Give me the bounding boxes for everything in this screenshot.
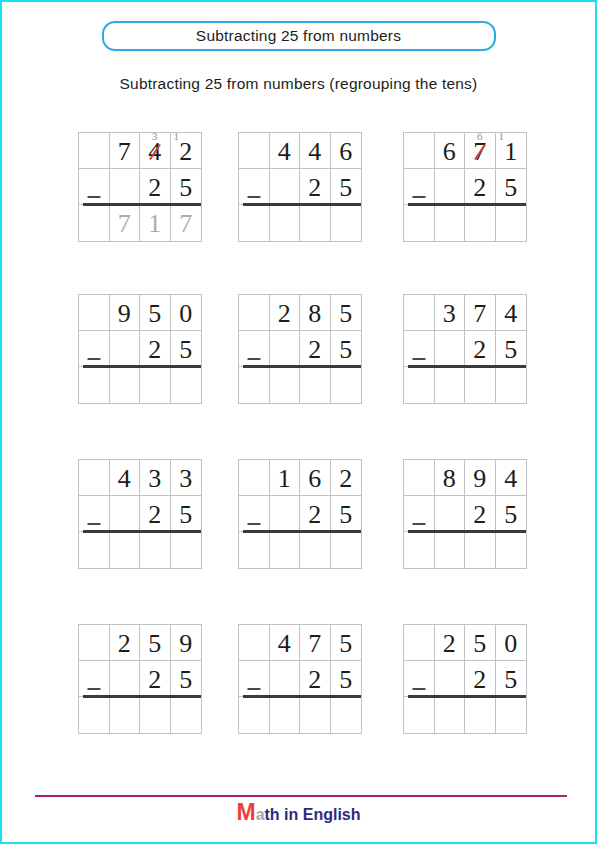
problem-grid: 43325 [78,459,202,569]
subtrahend-digit-cell: 5 [171,496,202,532]
minuend-digit: 6 [308,466,321,492]
answer-digit-cell[interactable] [435,367,466,403]
answer-digit-cell[interactable] [110,532,141,568]
empty-cell [79,295,110,331]
answer-digit-cell[interactable] [171,532,202,568]
minuend-digit: 9 [179,631,192,657]
minuend-digit: 8 [443,466,456,492]
minuend-digit-cell: 21 [171,133,202,169]
minus-sign [247,358,260,360]
empty-cell [239,133,270,169]
minus-sign [412,688,425,690]
subtrahend-digit-cell: 5 [331,331,362,367]
answer-digit-cell[interactable] [110,697,141,733]
answer-digit-cell[interactable] [465,367,496,403]
minus-sign-cell [239,169,270,205]
minus-sign [412,358,425,360]
minuend-digit-cell: 4 [110,460,141,496]
empty-cell [435,496,466,532]
answer-digit-cell[interactable] [496,697,527,733]
minuend-digit-cell: 4 [496,460,527,496]
subtrahend-digit: 2 [473,337,486,363]
logo-letter-a: a [256,806,265,823]
minuend-digit-cell: 6 [331,133,362,169]
empty-cell [435,661,466,697]
problem-grid: 95025 [78,294,202,404]
empty-cell [404,205,435,241]
logo-letter-m: M [236,799,255,825]
subtrahend-digit: 2 [148,175,161,201]
answer-digit-cell[interactable] [300,532,331,568]
empty-cell [270,496,301,532]
minuend-digit: 4 [278,631,291,657]
subtrahend-digit-cell: 5 [331,661,362,697]
minuend-digit: 2 [179,139,192,165]
minuend-digit-cell: 7 [110,133,141,169]
answer-digit-cell[interactable] [496,367,527,403]
minuend-digit-cell: 5 [331,295,362,331]
minuend-digit: 4 [118,466,131,492]
answer-digit-cell[interactable] [270,532,301,568]
answer-digit-cell[interactable] [496,205,527,241]
answer-digit-cell[interactable] [110,367,141,403]
subtrahend-digit: 5 [179,502,192,528]
subtraction-line [408,365,526,368]
worksheet-page: Subtracting 25 from numbers Subtracting … [0,0,597,844]
subtraction-line [83,365,201,368]
minuend-digit-cell: 2 [110,625,141,661]
minus-sign-cell [79,496,110,532]
minuend-digit-cell: 4 [270,133,301,169]
minuend-digit-cell: 9 [110,295,141,331]
minuend-digit: 4 [504,466,517,492]
minus-sign-cell [79,169,110,205]
subtraction-line [408,203,526,206]
minuend-digit: 5 [339,631,352,657]
empty-cell [270,169,301,205]
subtrahend-digit-cell: 2 [140,331,171,367]
empty-cell [110,496,141,532]
subtrahend-digit: 5 [179,175,192,201]
minuend-digit: 4 [504,301,517,327]
minus-sign-cell [404,496,435,532]
answer-digit-cell[interactable] [140,367,171,403]
empty-cell [110,169,141,205]
answer-digit-cell[interactable] [300,697,331,733]
answer-digit-cell[interactable] [496,532,527,568]
subtraction-problem: 25925 [78,624,202,734]
minuend-digit-cell: 11 [496,133,527,169]
subtrahend-digit-cell: 2 [465,331,496,367]
answer-digit-cell[interactable] [331,205,362,241]
minuend-digit: 0 [504,631,517,657]
empty-cell [404,532,435,568]
minuend-digit-cell: 5 [140,295,171,331]
subtrahend-digit-cell: 2 [300,496,331,532]
minuend-digit: 7 [308,631,321,657]
minus-sign-cell [239,496,270,532]
answer-digit-cell[interactable] [140,697,171,733]
empty-cell [239,625,270,661]
minus-sign-cell [239,331,270,367]
empty-cell [79,625,110,661]
subtrahend-digit: 5 [339,502,352,528]
answer-digit-cell[interactable] [171,697,202,733]
minuend-digit: 9 [473,466,486,492]
minuend-digit-cell: 1 [270,460,301,496]
problem-grid: 25025 [403,624,527,734]
empty-cell [79,697,110,733]
minuend-digit-cell: 9 [465,460,496,496]
minuend-digit: 1 [504,139,517,165]
empty-cell [404,367,435,403]
subtrahend-digit: 5 [504,502,517,528]
minuend-digit-cell: 4 [270,625,301,661]
subtrahend-digit: 2 [308,337,321,363]
minus-sign [87,688,100,690]
minuend-digit-cell: 5 [331,625,362,661]
subtrahend-digit-cell: 5 [496,169,527,205]
subtrahend-digit: 5 [339,175,352,201]
subtrahend-digit: 5 [504,667,517,693]
minuend-digit: 2 [278,301,291,327]
subtrahend-digit-cell: 2 [300,331,331,367]
minuend-digit-cell: 6 [435,133,466,169]
empty-cell [404,133,435,169]
minuend-digit: 5 [148,631,161,657]
footer-divider-line [35,795,567,797]
subtraction-problem: 95025 [78,294,202,404]
answer-digit-cell[interactable] [435,532,466,568]
empty-cell [79,205,110,241]
subtraction-problem: 44625 [238,132,362,242]
problem-grid: 47525 [238,624,362,734]
subtrahend-digit-cell: 5 [496,661,527,697]
subtraction-problem: 37425 [403,294,527,404]
minuend-digit-cell: 2 [270,295,301,331]
regroup-mark: 1 [174,131,180,142]
minuend-digit-cell: 7 [300,625,331,661]
problem-grid: 25925 [78,624,202,734]
minus-sign-cell [404,169,435,205]
crossed-out-digit: 7 [473,139,486,165]
page-subtitle: Subtracting 25 from numbers (regrouping … [2,75,595,93]
minuend-digit: 7 [118,139,131,165]
minus-sign [247,688,260,690]
empty-cell [404,697,435,733]
subtrahend-digit: 2 [308,175,321,201]
subtraction-line [243,203,361,206]
subtraction-problem: 6761125 [403,132,527,242]
answer-digit-cell[interactable] [465,532,496,568]
subtraction-line [243,530,361,533]
subtrahend-digit: 5 [339,667,352,693]
minuend-digit: 1 [278,466,291,492]
answer-digit: 1 [148,211,161,237]
minuend-digit: 6 [443,139,456,165]
subtrahend-digit: 2 [148,337,161,363]
subtraction-problem: 25025 [403,624,527,734]
empty-cell [239,205,270,241]
answer-digit-cell[interactable] [270,367,301,403]
minus-sign-cell [404,331,435,367]
minuend-digit: 8 [308,301,321,327]
minuend-digit-cell: 4 [300,133,331,169]
subtraction-problem: 47525 [238,624,362,734]
problem-grid: 7432125717 [78,132,202,242]
empty-cell [270,661,301,697]
minuend-digit-cell: 3 [435,295,466,331]
empty-cell [435,169,466,205]
minuend-digit: 0 [179,301,192,327]
minus-sign [247,523,260,525]
subtrahend-digit-cell: 5 [171,331,202,367]
minuend-digit: 2 [118,631,131,657]
minuend-digit-cell: 7 [465,295,496,331]
answer-digit-cell[interactable] [270,697,301,733]
answer-digit-cell[interactable]: 7 [110,205,141,241]
minus-sign [247,196,260,198]
answer-digit-cell[interactable] [140,532,171,568]
empty-cell [404,625,435,661]
subtrahend-digit: 5 [179,667,192,693]
subtrahend-digit-cell: 2 [300,661,331,697]
subtraction-line [243,695,361,698]
subtrahend-digit: 5 [504,175,517,201]
subtraction-problem: 89425 [403,459,527,569]
subtrahend-digit-cell: 5 [171,661,202,697]
minuend-digit-cell: 3 [171,460,202,496]
subtraction-line [83,530,201,533]
minuend-digit: 5 [339,301,352,327]
minuend-digit-cell: 2 [435,625,466,661]
subtraction-problem: 43325 [78,459,202,569]
answer-digit-cell[interactable] [331,367,362,403]
minuend-digit-cell: 2 [331,460,362,496]
minuend-digit-cell: 8 [300,295,331,331]
subtrahend-digit: 2 [308,667,321,693]
answer-digit-cell[interactable] [465,205,496,241]
subtrahend-digit-cell: 5 [496,496,527,532]
answer-digit: 7 [118,211,131,237]
minuend-digit-cell: 5 [140,625,171,661]
minuend-digit-cell: 4 [496,295,527,331]
minuend-digit: 7 [473,301,486,327]
subtrahend-digit-cell: 5 [331,496,362,532]
minuend-digit: 3 [148,466,161,492]
problem-grid: 6761125 [403,132,527,242]
minuend-digit: 2 [443,631,456,657]
subtrahend-digit-cell: 2 [140,496,171,532]
logo-text: th in English [265,806,361,823]
problem-grid: 44625 [238,132,362,242]
minuend-digit-cell: 43 [140,133,171,169]
minus-sign-cell [404,661,435,697]
subtraction-line [243,365,361,368]
subtrahend-digit-cell: 2 [300,169,331,205]
problem-grid: 89425 [403,459,527,569]
minuend-digit: 2 [339,466,352,492]
minus-sign [87,523,100,525]
subtrahend-digit-cell: 5 [496,331,527,367]
answer-digit-cell[interactable] [171,367,202,403]
empty-cell [79,367,110,403]
empty-cell [110,661,141,697]
subtrahend-digit: 2 [148,667,161,693]
minuend-digit: 4 [278,139,291,165]
empty-cell [110,331,141,367]
minus-sign [412,523,425,525]
answer-digit-cell[interactable] [435,697,466,733]
answer-digit: 7 [179,211,192,237]
empty-cell [79,532,110,568]
answer-digit-cell[interactable] [331,697,362,733]
empty-cell [239,532,270,568]
subtraction-line [83,203,201,206]
minuend-digit-cell: 0 [496,625,527,661]
minus-sign [87,358,100,360]
empty-cell [404,295,435,331]
problem-grid: 37425 [403,294,527,404]
subtraction-line [83,695,201,698]
minuend-digit-cell: 76 [465,133,496,169]
regroup-mark: 6 [477,131,483,142]
minus-sign-cell [79,661,110,697]
subtrahend-digit: 2 [473,502,486,528]
minuend-digit: 5 [148,301,161,327]
minus-sign-cell [239,661,270,697]
subtrahend-digit-cell: 5 [171,169,202,205]
regroup-mark: 1 [499,131,505,142]
answer-digit-cell[interactable] [465,697,496,733]
subtrahend-digit-cell: 2 [140,661,171,697]
subtrahend-digit: 2 [473,667,486,693]
subtrahend-digit: 2 [148,502,161,528]
title-box: Subtracting 25 from numbers [102,21,496,51]
subtrahend-digit-cell: 2 [140,169,171,205]
crossed-out-digit: 4 [148,139,161,165]
empty-cell [404,460,435,496]
answer-digit-cell[interactable] [270,205,301,241]
minuend-digit-cell: 8 [435,460,466,496]
subtraction-problem: 16225 [238,459,362,569]
minuend-digit: 3 [443,301,456,327]
subtrahend-digit-cell: 5 [331,169,362,205]
math-in-english-logo: Math in English [2,799,595,826]
subtrahend-digit-cell: 2 [465,661,496,697]
page-title: Subtracting 25 from numbers [196,27,401,45]
minuend-digit: 9 [118,301,131,327]
empty-cell [270,331,301,367]
answer-digit-cell[interactable] [331,532,362,568]
minus-sign [87,196,100,198]
subtrahend-digit: 2 [473,175,486,201]
minus-sign [412,196,425,198]
answer-digit-cell[interactable] [300,367,331,403]
answer-digit-cell[interactable] [435,205,466,241]
subtrahend-digit-cell: 2 [465,496,496,532]
subtraction-line [408,695,526,698]
empty-cell [79,460,110,496]
minuend-digit-cell: 0 [171,295,202,331]
subtrahend-digit: 2 [308,502,321,528]
problem-grid: 16225 [238,459,362,569]
minuend-digit: 6 [339,139,352,165]
minus-sign-cell [79,331,110,367]
empty-cell [239,295,270,331]
minuend-digit: 3 [179,466,192,492]
regroup-mark: 3 [152,131,158,142]
minuend-digit: 4 [308,139,321,165]
subtrahend-digit: 5 [504,337,517,363]
subtrahend-digit: 5 [339,337,352,363]
empty-cell [79,133,110,169]
subtrahend-digit-cell: 2 [465,169,496,205]
problem-grid: 28525 [238,294,362,404]
minuend-digit-cell: 3 [140,460,171,496]
subtraction-line [408,530,526,533]
minuend-digit: 5 [473,631,486,657]
subtrahend-digit: 5 [179,337,192,363]
empty-cell [435,331,466,367]
minuend-digit-cell: 9 [171,625,202,661]
empty-cell [239,460,270,496]
empty-cell [239,367,270,403]
answer-digit-cell[interactable] [300,205,331,241]
empty-cell [239,697,270,733]
minuend-digit-cell: 5 [465,625,496,661]
answer-digit-cell[interactable]: 7 [171,205,202,241]
minuend-digit-cell: 6 [300,460,331,496]
subtraction-problem: 7432125717 [78,132,202,242]
answer-digit-cell[interactable]: 1 [140,205,171,241]
subtraction-problem: 28525 [238,294,362,404]
